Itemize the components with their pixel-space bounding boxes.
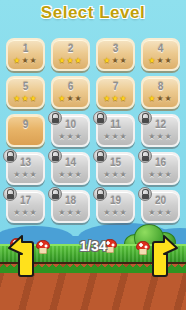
star-icon: ★ bbox=[21, 208, 29, 217]
level-grid: 1★★★2★★★3★★★4★★★5★★★6★★★7★★★8★★★910★★★11… bbox=[6, 38, 180, 223]
lock-icon bbox=[48, 111, 62, 125]
level-tile-2[interactable]: 2★★★ bbox=[51, 38, 90, 71]
level-number: 12 bbox=[155, 119, 166, 131]
level-tile-20[interactable]: 20★★★ bbox=[141, 190, 180, 223]
level-tile-16[interactable]: 16★★★ bbox=[141, 152, 180, 185]
lock-icon bbox=[93, 149, 107, 163]
star-icon: ★ bbox=[120, 94, 128, 103]
star-rating: ★★★ bbox=[58, 94, 83, 103]
star-rating: ★★★ bbox=[103, 170, 128, 179]
level-number: 13 bbox=[20, 157, 31, 169]
star-icon: ★ bbox=[21, 94, 29, 103]
star-icon: ★ bbox=[156, 170, 164, 179]
star-icon: ★ bbox=[156, 56, 164, 65]
star-icon: ★ bbox=[165, 170, 173, 179]
level-number: 5 bbox=[23, 81, 29, 93]
star-icon: ★ bbox=[165, 56, 173, 65]
star-rating: ★★★ bbox=[103, 208, 128, 217]
star-rating: ★★★ bbox=[58, 56, 83, 65]
level-tile-15[interactable]: 15★★★ bbox=[96, 152, 135, 185]
lock-icon bbox=[93, 187, 107, 201]
next-page-arrow[interactable] bbox=[152, 232, 180, 278]
star-icon: ★ bbox=[30, 208, 38, 217]
level-number: 7 bbox=[113, 81, 119, 93]
star-rating: ★★★ bbox=[13, 56, 38, 65]
star-icon: ★ bbox=[66, 56, 74, 65]
level-tile-18[interactable]: 18★★★ bbox=[51, 190, 90, 223]
level-tile-6[interactable]: 6★★★ bbox=[51, 76, 90, 109]
level-tile-13[interactable]: 13★★★ bbox=[6, 152, 45, 185]
level-tile-1[interactable]: 1★★★ bbox=[6, 38, 45, 71]
star-icon: ★ bbox=[21, 56, 29, 65]
star-rating: ★★★ bbox=[148, 170, 173, 179]
star-icon: ★ bbox=[165, 132, 173, 141]
star-icon: ★ bbox=[75, 208, 83, 217]
star-icon: ★ bbox=[111, 56, 119, 65]
star-rating: ★★★ bbox=[148, 208, 173, 217]
star-icon: ★ bbox=[75, 56, 83, 65]
star-rating: ★★★ bbox=[148, 132, 173, 141]
level-number: 14 bbox=[65, 157, 76, 169]
page-title: Select Level bbox=[0, 3, 186, 23]
lock-icon bbox=[138, 111, 152, 125]
star-rating: ★★★ bbox=[58, 208, 83, 217]
star-icon: ★ bbox=[30, 170, 38, 179]
star-icon: ★ bbox=[120, 56, 128, 65]
level-tile-3[interactable]: 3★★★ bbox=[96, 38, 135, 71]
level-number: 6 bbox=[68, 81, 74, 93]
star-icon: ★ bbox=[66, 208, 74, 217]
star-icon: ★ bbox=[120, 170, 128, 179]
level-number: 9 bbox=[23, 119, 29, 131]
level-tile-10[interactable]: 10★★★ bbox=[51, 114, 90, 147]
star-rating: ★★★ bbox=[58, 170, 83, 179]
level-select-screen: Select Level 1★★★2★★★3★★★4★★★5★★★6★★★7★★… bbox=[0, 0, 186, 310]
star-icon: ★ bbox=[111, 208, 119, 217]
star-rating: ★★★ bbox=[103, 132, 128, 141]
star-icon: ★ bbox=[111, 170, 119, 179]
star-rating: ★★★ bbox=[103, 56, 128, 65]
star-icon: ★ bbox=[21, 170, 29, 179]
star-icon: ★ bbox=[66, 94, 74, 103]
star-icon: ★ bbox=[156, 94, 164, 103]
level-number: 20 bbox=[155, 195, 166, 207]
lock-icon bbox=[93, 111, 107, 125]
lock-icon bbox=[138, 187, 152, 201]
level-tile-19[interactable]: 19★★★ bbox=[96, 190, 135, 223]
star-rating: ★★★ bbox=[58, 132, 83, 141]
star-rating: ★★★ bbox=[103, 94, 128, 103]
star-icon: ★ bbox=[75, 94, 83, 103]
level-number: 10 bbox=[65, 119, 76, 131]
level-tile-9[interactable]: 9 bbox=[6, 114, 45, 147]
lock-icon bbox=[3, 187, 17, 201]
star-icon: ★ bbox=[120, 208, 128, 217]
star-icon: ★ bbox=[156, 132, 164, 141]
star-rating: ★★★ bbox=[13, 94, 38, 103]
level-number: 18 bbox=[65, 195, 76, 207]
star-rating: ★★★ bbox=[13, 208, 38, 217]
star-icon: ★ bbox=[156, 208, 164, 217]
level-number: 1 bbox=[23, 43, 29, 55]
star-icon: ★ bbox=[165, 208, 173, 217]
star-icon: ★ bbox=[165, 94, 173, 103]
level-tile-11[interactable]: 11★★★ bbox=[96, 114, 135, 147]
level-number: 16 bbox=[155, 157, 166, 169]
level-tile-5[interactable]: 5★★★ bbox=[6, 76, 45, 109]
star-icon: ★ bbox=[30, 94, 38, 103]
level-tile-14[interactable]: 14★★★ bbox=[51, 152, 90, 185]
level-tile-8[interactable]: 8★★★ bbox=[141, 76, 180, 109]
star-icon: ★ bbox=[75, 132, 83, 141]
lock-icon bbox=[48, 187, 62, 201]
level-number: 15 bbox=[110, 157, 121, 169]
star-rating: ★★★ bbox=[148, 56, 173, 65]
lock-icon bbox=[48, 149, 62, 163]
level-number: 17 bbox=[20, 195, 31, 207]
lock-icon bbox=[138, 149, 152, 163]
level-number: 2 bbox=[68, 43, 74, 55]
level-tile-17[interactable]: 17★★★ bbox=[6, 190, 45, 223]
star-icon: ★ bbox=[66, 132, 74, 141]
star-icon: ★ bbox=[120, 132, 128, 141]
level-tile-7[interactable]: 7★★★ bbox=[96, 76, 135, 109]
level-number: 8 bbox=[158, 81, 164, 93]
star-icon: ★ bbox=[66, 170, 74, 179]
level-number: 3 bbox=[113, 43, 119, 55]
star-icon: ★ bbox=[111, 94, 119, 103]
level-number: 19 bbox=[110, 195, 121, 207]
level-number: 11 bbox=[110, 119, 121, 131]
prev-page-arrow[interactable] bbox=[6, 232, 34, 278]
star-icon: ★ bbox=[111, 132, 119, 141]
star-rating: ★★★ bbox=[148, 94, 173, 103]
lock-icon bbox=[3, 149, 17, 163]
star-icon: ★ bbox=[75, 170, 83, 179]
star-rating: ★★★ bbox=[13, 170, 38, 179]
star-icon: ★ bbox=[30, 56, 38, 65]
level-tile-12[interactable]: 12★★★ bbox=[141, 114, 180, 147]
level-tile-4[interactable]: 4★★★ bbox=[141, 38, 180, 71]
level-number: 4 bbox=[158, 43, 164, 55]
